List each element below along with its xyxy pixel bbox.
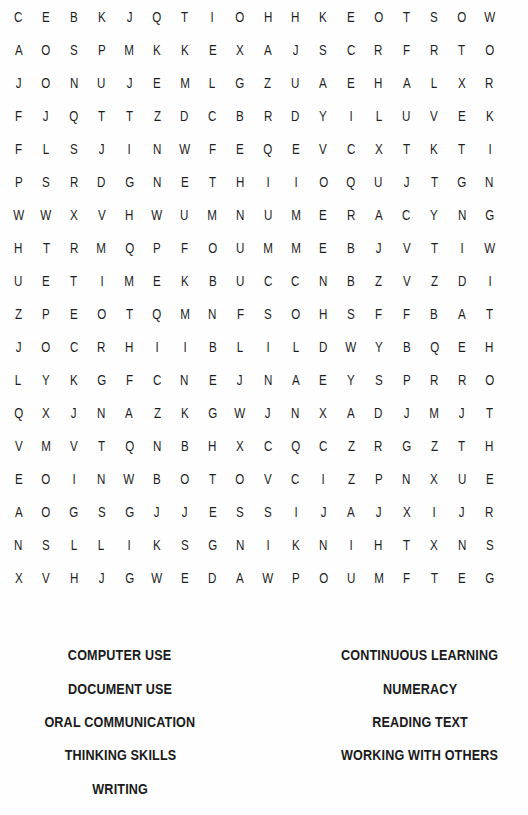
grid-cell[interactable]: U <box>337 562 365 595</box>
grid-cell[interactable]: Z <box>365 265 393 298</box>
grid-cell[interactable]: K <box>309 1 337 34</box>
grid-cell[interactable]: A <box>5 34 33 67</box>
grid-cell[interactable]: V <box>393 232 421 265</box>
grid-cell[interactable]: X <box>226 34 254 67</box>
grid-cell[interactable]: Z <box>337 463 365 496</box>
grid-cell[interactable]: W <box>115 463 143 496</box>
grid-cell[interactable]: L <box>199 67 227 100</box>
grid-cell[interactable]: N <box>476 166 504 199</box>
grid-cell[interactable]: J <box>448 397 476 430</box>
grid-cell[interactable]: J <box>88 562 116 595</box>
grid-cell[interactable]: A <box>365 199 393 232</box>
grid-cell[interactable]: M <box>282 199 310 232</box>
grid-cell[interactable]: W <box>254 562 282 595</box>
grid-cell[interactable]: W <box>143 562 171 595</box>
grid-cell[interactable]: E <box>476 463 504 496</box>
grid-cell[interactable]: I <box>254 529 282 562</box>
grid-cell[interactable]: I <box>143 331 171 364</box>
grid-cell[interactable]: T <box>199 166 227 199</box>
grid-cell[interactable]: L <box>365 100 393 133</box>
grid-cell[interactable]: T <box>32 232 60 265</box>
grid-cell[interactable]: L <box>282 331 310 364</box>
grid-cell[interactable]: A <box>282 364 310 397</box>
grid-cell[interactable]: J <box>5 331 33 364</box>
grid-cell[interactable]: K <box>420 133 448 166</box>
grid-cell[interactable]: M <box>171 298 199 331</box>
grid-cell[interactable]: X <box>32 397 60 430</box>
grid-cell[interactable]: V <box>88 199 116 232</box>
grid-cell[interactable]: W <box>143 199 171 232</box>
grid-cell[interactable]: R <box>337 199 365 232</box>
grid-cell[interactable]: E <box>226 133 254 166</box>
grid-cell[interactable]: J <box>88 133 116 166</box>
grid-cell[interactable]: F <box>393 298 421 331</box>
grid-cell[interactable]: M <box>32 430 60 463</box>
grid-cell[interactable]: U <box>226 232 254 265</box>
grid-cell[interactable]: S <box>88 496 116 529</box>
grid-cell[interactable]: H <box>115 199 143 232</box>
grid-cell[interactable]: F <box>226 298 254 331</box>
grid-cell[interactable]: Y <box>365 331 393 364</box>
grid-cell[interactable]: Q <box>5 397 33 430</box>
grid-cell[interactable]: K <box>143 34 171 67</box>
grid-cell[interactable]: E <box>282 133 310 166</box>
grid-cell[interactable]: N <box>199 298 227 331</box>
grid-cell[interactable]: S <box>171 529 199 562</box>
grid-cell[interactable]: O <box>171 463 199 496</box>
grid-cell[interactable]: S <box>60 133 88 166</box>
grid-cell[interactable]: S <box>32 166 60 199</box>
grid-cell[interactable]: U <box>365 166 393 199</box>
grid-cell[interactable]: G <box>199 397 227 430</box>
grid-cell[interactable]: J <box>115 1 143 34</box>
grid-cell[interactable]: R <box>60 232 88 265</box>
grid-cell[interactable]: J <box>282 34 310 67</box>
grid-cell[interactable]: Q <box>337 166 365 199</box>
grid-cell[interactable]: V <box>5 430 33 463</box>
grid-cell[interactable]: E <box>448 100 476 133</box>
grid-cell[interactable]: J <box>171 496 199 529</box>
grid-cell[interactable]: C <box>393 199 421 232</box>
grid-cell[interactable]: B <box>226 100 254 133</box>
grid-cell[interactable]: K <box>171 397 199 430</box>
grid-cell[interactable]: H <box>60 562 88 595</box>
grid-cell[interactable]: H <box>365 67 393 100</box>
grid-cell[interactable]: M <box>282 232 310 265</box>
grid-cell[interactable]: G <box>115 562 143 595</box>
grid-cell[interactable]: D <box>88 166 116 199</box>
grid-cell[interactable]: I <box>199 1 227 34</box>
grid-cell[interactable]: N <box>448 199 476 232</box>
grid-cell[interactable]: Y <box>32 364 60 397</box>
grid-cell[interactable]: O <box>448 1 476 34</box>
grid-cell[interactable]: L <box>5 364 33 397</box>
grid-cell[interactable]: I <box>309 463 337 496</box>
grid-cell[interactable]: V <box>32 562 60 595</box>
grid-cell[interactable]: D <box>365 397 393 430</box>
grid-cell[interactable]: Q <box>254 133 282 166</box>
grid-cell[interactable]: K <box>171 265 199 298</box>
grid-cell[interactable]: J <box>448 496 476 529</box>
grid-cell[interactable]: I <box>115 529 143 562</box>
grid-cell[interactable]: N <box>309 265 337 298</box>
grid-cell[interactable]: T <box>476 298 504 331</box>
grid-cell[interactable]: V <box>309 133 337 166</box>
grid-cell[interactable]: Y <box>420 199 448 232</box>
grid-cell[interactable]: I <box>115 133 143 166</box>
grid-cell[interactable]: H <box>115 331 143 364</box>
grid-cell[interactable]: H <box>282 1 310 34</box>
grid-cell[interactable]: T <box>60 265 88 298</box>
grid-cell[interactable]: A <box>448 298 476 331</box>
grid-cell[interactable]: X <box>60 199 88 232</box>
grid-cell[interactable]: K <box>282 529 310 562</box>
grid-cell[interactable]: O <box>226 1 254 34</box>
grid-cell[interactable]: G <box>476 199 504 232</box>
grid-cell[interactable]: E <box>32 1 60 34</box>
grid-cell[interactable]: I <box>476 265 504 298</box>
grid-cell[interactable]: F <box>5 133 33 166</box>
grid-cell[interactable]: I <box>420 496 448 529</box>
grid-cell[interactable]: L <box>226 331 254 364</box>
grid-cell[interactable]: H <box>5 232 33 265</box>
grid-cell[interactable]: C <box>143 364 171 397</box>
grid-cell[interactable]: I <box>254 166 282 199</box>
grid-cell[interactable]: E <box>32 265 60 298</box>
grid-cell[interactable]: U <box>254 199 282 232</box>
grid-cell[interactable]: O <box>309 166 337 199</box>
grid-cell[interactable]: L <box>88 529 116 562</box>
grid-cell[interactable]: G <box>88 364 116 397</box>
grid-cell[interactable]: T <box>420 232 448 265</box>
grid-cell[interactable]: C <box>254 265 282 298</box>
grid-cell[interactable]: Y <box>337 364 365 397</box>
grid-cell[interactable]: N <box>60 67 88 100</box>
grid-cell[interactable]: K <box>60 364 88 397</box>
grid-cell[interactable]: N <box>448 529 476 562</box>
grid-cell[interactable]: C <box>337 34 365 67</box>
grid-cell[interactable]: M <box>365 562 393 595</box>
grid-cell[interactable]: P <box>393 364 421 397</box>
grid-cell[interactable]: W <box>171 133 199 166</box>
grid-cell[interactable]: N <box>5 529 33 562</box>
grid-cell[interactable]: A <box>337 496 365 529</box>
grid-cell[interactable]: Z <box>337 430 365 463</box>
grid-cell[interactable]: H <box>365 529 393 562</box>
grid-cell[interactable]: T <box>476 397 504 430</box>
grid-cell[interactable]: P <box>143 232 171 265</box>
grid-cell[interactable]: O <box>226 463 254 496</box>
grid-cell[interactable]: S <box>32 529 60 562</box>
grid-cell[interactable]: C <box>199 100 227 133</box>
grid-cell[interactable]: E <box>171 562 199 595</box>
grid-cell[interactable]: L <box>60 529 88 562</box>
grid-cell[interactable]: F <box>115 364 143 397</box>
grid-cell[interactable]: R <box>420 364 448 397</box>
grid-cell[interactable]: S <box>309 34 337 67</box>
grid-cell[interactable]: R <box>60 166 88 199</box>
grid-cell[interactable]: C <box>282 463 310 496</box>
grid-cell[interactable]: W <box>32 199 60 232</box>
grid-cell[interactable]: T <box>88 430 116 463</box>
grid-cell[interactable]: O <box>32 496 60 529</box>
grid-cell[interactable]: F <box>365 298 393 331</box>
grid-cell[interactable]: S <box>254 298 282 331</box>
grid-cell[interactable]: N <box>143 133 171 166</box>
grid-cell[interactable]: J <box>365 496 393 529</box>
grid-cell[interactable]: V <box>393 265 421 298</box>
grid-cell[interactable]: H <box>226 166 254 199</box>
grid-cell[interactable]: B <box>199 331 227 364</box>
grid-cell[interactable]: H <box>476 430 504 463</box>
grid-cell[interactable]: E <box>143 67 171 100</box>
grid-cell[interactable]: C <box>309 430 337 463</box>
grid-cell[interactable]: N <box>282 397 310 430</box>
grid-cell[interactable]: M <box>199 199 227 232</box>
grid-cell[interactable]: T <box>393 1 421 34</box>
grid-cell[interactable]: E <box>171 166 199 199</box>
grid-cell[interactable]: B <box>337 232 365 265</box>
grid-cell[interactable]: E <box>309 364 337 397</box>
grid-cell[interactable]: S <box>476 529 504 562</box>
grid-cell[interactable]: F <box>393 34 421 67</box>
grid-cell[interactable]: M <box>171 67 199 100</box>
grid-cell[interactable]: M <box>420 397 448 430</box>
grid-cell[interactable]: X <box>393 496 421 529</box>
grid-cell[interactable]: J <box>5 67 33 100</box>
grid-cell[interactable]: W <box>226 397 254 430</box>
grid-cell[interactable]: N <box>226 199 254 232</box>
grid-cell[interactable]: A <box>254 34 282 67</box>
grid-cell[interactable]: U <box>5 265 33 298</box>
grid-cell[interactable]: E <box>199 496 227 529</box>
grid-cell[interactable]: I <box>337 100 365 133</box>
grid-cell[interactable]: N <box>143 166 171 199</box>
grid-cell[interactable]: B <box>199 265 227 298</box>
grid-cell[interactable]: M <box>115 265 143 298</box>
grid-cell[interactable]: Q <box>115 232 143 265</box>
grid-cell[interactable]: T <box>420 562 448 595</box>
grid-cell[interactable]: T <box>448 133 476 166</box>
grid-cell[interactable]: O <box>88 298 116 331</box>
grid-cell[interactable]: B <box>60 1 88 34</box>
grid-cell[interactable]: I <box>282 166 310 199</box>
grid-cell[interactable]: P <box>32 298 60 331</box>
grid-cell[interactable]: Q <box>143 298 171 331</box>
grid-cell[interactable]: X <box>365 133 393 166</box>
grid-cell[interactable]: S <box>254 496 282 529</box>
grid-cell[interactable]: S <box>365 364 393 397</box>
grid-cell[interactable]: G <box>60 496 88 529</box>
grid-cell[interactable]: U <box>226 265 254 298</box>
grid-cell[interactable]: Z <box>420 265 448 298</box>
grid-cell[interactable]: T <box>420 166 448 199</box>
grid-cell[interactable]: D <box>448 265 476 298</box>
grid-cell[interactable]: J <box>60 397 88 430</box>
grid-cell[interactable]: A <box>226 562 254 595</box>
grid-cell[interactable]: Z <box>143 397 171 430</box>
grid-cell[interactable]: L <box>420 67 448 100</box>
grid-cell[interactable]: O <box>282 298 310 331</box>
grid-cell[interactable]: H <box>476 331 504 364</box>
grid-cell[interactable]: R <box>476 496 504 529</box>
grid-cell[interactable]: B <box>143 463 171 496</box>
grid-cell[interactable]: C <box>5 1 33 34</box>
grid-cell[interactable]: O <box>476 364 504 397</box>
grid-cell[interactable]: O <box>32 331 60 364</box>
grid-cell[interactable]: E <box>448 331 476 364</box>
grid-cell[interactable]: Q <box>60 100 88 133</box>
grid-cell[interactable]: K <box>171 34 199 67</box>
grid-cell[interactable]: X <box>420 529 448 562</box>
grid-cell[interactable]: G <box>226 67 254 100</box>
grid-cell[interactable]: I <box>448 232 476 265</box>
grid-cell[interactable]: L <box>32 133 60 166</box>
grid-cell[interactable]: O <box>199 232 227 265</box>
grid-cell[interactable]: M <box>254 232 282 265</box>
grid-cell[interactable]: E <box>199 364 227 397</box>
grid-cell[interactable]: N <box>309 529 337 562</box>
grid-cell[interactable]: T <box>115 100 143 133</box>
grid-cell[interactable]: X <box>5 562 33 595</box>
grid-cell[interactable]: W <box>5 199 33 232</box>
grid-cell[interactable]: A <box>115 397 143 430</box>
grid-cell[interactable]: U <box>448 463 476 496</box>
grid-cell[interactable]: T <box>88 100 116 133</box>
grid-cell[interactable]: E <box>143 265 171 298</box>
grid-cell[interactable]: T <box>393 133 421 166</box>
grid-cell[interactable]: F <box>5 100 33 133</box>
grid-cell[interactable]: J <box>365 232 393 265</box>
grid-cell[interactable]: Z <box>143 100 171 133</box>
grid-cell[interactable]: J <box>32 100 60 133</box>
grid-cell[interactable]: D <box>309 331 337 364</box>
grid-cell[interactable]: C <box>60 331 88 364</box>
grid-cell[interactable]: E <box>309 232 337 265</box>
grid-cell[interactable]: R <box>365 34 393 67</box>
grid-cell[interactable]: J <box>115 67 143 100</box>
grid-cell[interactable]: T <box>171 1 199 34</box>
grid-cell[interactable]: N <box>254 364 282 397</box>
grid-cell[interactable]: C <box>254 430 282 463</box>
grid-cell[interactable]: N <box>88 397 116 430</box>
grid-cell[interactable]: R <box>88 331 116 364</box>
grid-cell[interactable]: G <box>199 529 227 562</box>
grid-cell[interactable]: A <box>393 67 421 100</box>
grid-cell[interactable]: T <box>448 34 476 67</box>
grid-cell[interactable]: V <box>60 430 88 463</box>
grid-cell[interactable]: R <box>420 34 448 67</box>
grid-cell[interactable]: A <box>309 67 337 100</box>
grid-cell[interactable]: G <box>115 496 143 529</box>
grid-cell[interactable]: E <box>60 298 88 331</box>
grid-cell[interactable]: Z <box>5 298 33 331</box>
grid-cell[interactable]: U <box>393 100 421 133</box>
grid-cell[interactable]: K <box>88 1 116 34</box>
grid-cell[interactable]: T <box>115 298 143 331</box>
grid-cell[interactable]: Q <box>143 1 171 34</box>
grid-cell[interactable]: N <box>143 430 171 463</box>
grid-cell[interactable]: J <box>143 496 171 529</box>
grid-cell[interactable]: E <box>448 562 476 595</box>
grid-cell[interactable]: P <box>365 463 393 496</box>
grid-cell[interactable]: M <box>115 34 143 67</box>
grid-cell[interactable]: J <box>226 364 254 397</box>
grid-cell[interactable]: J <box>393 166 421 199</box>
grid-cell[interactable]: J <box>393 397 421 430</box>
grid-cell[interactable]: R <box>254 100 282 133</box>
grid-cell[interactable]: W <box>476 1 504 34</box>
grid-cell[interactable]: T <box>448 430 476 463</box>
grid-cell[interactable]: R <box>365 430 393 463</box>
grid-cell[interactable]: K <box>143 529 171 562</box>
grid-cell[interactable]: E <box>337 1 365 34</box>
grid-cell[interactable]: P <box>88 34 116 67</box>
grid-cell[interactable]: H <box>254 1 282 34</box>
grid-cell[interactable]: I <box>282 496 310 529</box>
grid-cell[interactable]: Q <box>115 430 143 463</box>
grid-cell[interactable]: N <box>393 463 421 496</box>
grid-cell[interactable]: I <box>88 265 116 298</box>
grid-cell[interactable]: Z <box>254 67 282 100</box>
grid-cell[interactable]: U <box>171 199 199 232</box>
grid-cell[interactable]: X <box>448 67 476 100</box>
grid-cell[interactable]: E <box>199 34 227 67</box>
grid-cell[interactable]: O <box>32 67 60 100</box>
grid-cell[interactable]: X <box>226 430 254 463</box>
grid-cell[interactable]: V <box>420 100 448 133</box>
grid-cell[interactable]: F <box>171 232 199 265</box>
grid-cell[interactable]: A <box>337 397 365 430</box>
grid-cell[interactable]: E <box>5 463 33 496</box>
grid-cell[interactable]: G <box>393 430 421 463</box>
grid-cell[interactable]: T <box>393 529 421 562</box>
grid-cell[interactable]: C <box>337 133 365 166</box>
grid-cell[interactable]: B <box>393 331 421 364</box>
grid-cell[interactable]: P <box>282 562 310 595</box>
grid-cell[interactable]: H <box>199 430 227 463</box>
grid-cell[interactable]: A <box>5 496 33 529</box>
grid-cell[interactable]: G <box>476 562 504 595</box>
grid-cell[interactable]: N <box>171 364 199 397</box>
grid-cell[interactable]: F <box>393 562 421 595</box>
grid-cell[interactable]: I <box>476 133 504 166</box>
grid-cell[interactable]: O <box>32 34 60 67</box>
grid-cell[interactable]: S <box>226 496 254 529</box>
grid-cell[interactable]: X <box>309 397 337 430</box>
grid-cell[interactable]: O <box>309 562 337 595</box>
grid-cell[interactable]: N <box>88 463 116 496</box>
grid-cell[interactable]: S <box>420 1 448 34</box>
grid-cell[interactable]: I <box>60 463 88 496</box>
grid-cell[interactable]: J <box>254 397 282 430</box>
grid-cell[interactable]: B <box>420 298 448 331</box>
grid-cell[interactable]: G <box>448 166 476 199</box>
grid-cell[interactable]: I <box>254 331 282 364</box>
grid-cell[interactable]: D <box>199 562 227 595</box>
grid-cell[interactable]: B <box>337 265 365 298</box>
grid-cell[interactable]: W <box>476 232 504 265</box>
grid-cell[interactable]: E <box>337 67 365 100</box>
grid-cell[interactable]: M <box>88 232 116 265</box>
grid-cell[interactable]: Z <box>420 430 448 463</box>
grid-cell[interactable]: R <box>476 67 504 100</box>
grid-cell[interactable]: I <box>171 331 199 364</box>
grid-cell[interactable]: T <box>199 463 227 496</box>
grid-cell[interactable]: Y <box>309 100 337 133</box>
grid-cell[interactable]: Q <box>282 430 310 463</box>
grid-cell[interactable]: W <box>337 331 365 364</box>
